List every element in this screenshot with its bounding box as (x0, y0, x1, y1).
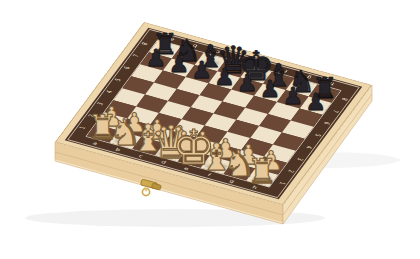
piece-black-pawn-f7[interactable]: ♟ (258, 78, 282, 102)
piece-black-pawn-b7[interactable]: ♟ (167, 53, 191, 77)
piece-black-pawn-g7[interactable]: ♟ (281, 85, 305, 109)
piece-black-pawn-h7[interactable]: ♟ (304, 91, 328, 115)
piece-black-pawn-e7[interactable]: ♟ (235, 72, 259, 96)
piece-white-rook-h1[interactable]: ♜ (245, 154, 279, 188)
piece-black-pawn-d7[interactable]: ♟ (213, 66, 237, 90)
piece-black-pawn-a7[interactable]: ♟ (144, 47, 168, 71)
pieces-layer: ♜♞♟♝♟♛♟♚♟♝♟♞♟♜♟♟♟♟♜♟♞♟♝♟♛♟♚♟♝♟♞♜ (0, 0, 420, 259)
piece-black-pawn-c7[interactable]: ♟ (190, 59, 214, 83)
product-photo-canvas: aabbccddeeffgghh8877665544332211 ♜♞♟♝♟♛♟… (0, 0, 420, 259)
